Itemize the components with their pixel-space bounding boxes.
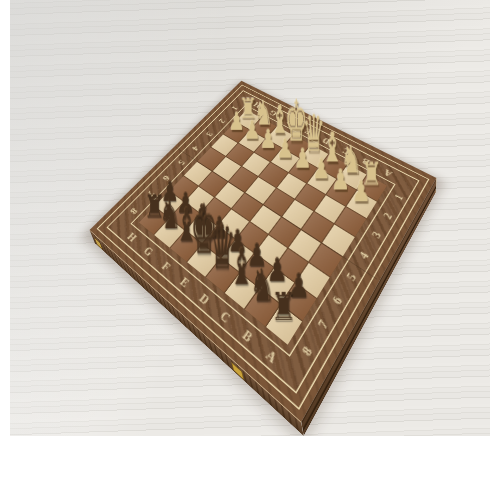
frame-label-band: HGFEDCBA HGFEDCBA 12345678 12345678 ♜♞♝♚… — [106, 90, 419, 393]
square-a8[interactable]: ♜ — [266, 305, 302, 345]
piece-white-pawn[interactable]: ♟ — [343, 177, 381, 206]
piece-black-rook[interactable]: ♜ — [262, 289, 307, 327]
chess-board: HGFEDCBA HGFEDCBA 12345678 12345678 ♜♞♝♚… — [90, 81, 437, 422]
frame-outer-ring: HGFEDCBA HGFEDCBA 12345678 12345678 ♜♞♝♚… — [97, 85, 430, 410]
rank-label-1: 1 — [385, 184, 411, 210]
square-d3[interactable] — [276, 173, 305, 199]
photo-canvas: HGFEDCBA HGFEDCBA 12345678 12345678 ♜♞♝♚… — [0, 0, 500, 500]
board-frame: HGFEDCBA HGFEDCBA 12345678 12345678 ♜♞♝♚… — [90, 81, 437, 422]
floor-background: HGFEDCBA HGFEDCBA 12345678 12345678 ♜♞♝♚… — [10, 0, 490, 436]
